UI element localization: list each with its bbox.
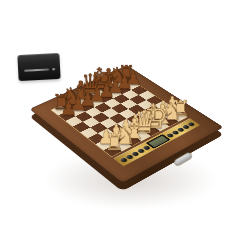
accessory-box [17, 53, 60, 81]
accessory-box-led [52, 68, 55, 70]
piece-black-pawn[interactable]: ♟ [63, 89, 75, 117]
accessory-box-label-stripe [24, 69, 48, 72]
chess-board: ♜♞♝♛♚♝♞♜♟♟♟♟♟♟♟♟♟♟♟♟♟♟♟♟♜♞♝♛♚♝♞♜ [29, 65, 223, 183]
scene: ♜♞♝♛♚♝♞♜♟♟♟♟♟♟♟♟♟♟♟♟♟♟♟♟♜♞♝♛♚♝♞♜ [0, 0, 250, 250]
piece-white-rook[interactable]: ♜ [108, 123, 121, 153]
product-photo[interactable]: ♜♞♝♛♚♝♞♜♟♟♟♟♟♟♟♟♟♟♟♟♟♟♟♟♜♞♝♛♚♝♞♜ [0, 0, 250, 250]
